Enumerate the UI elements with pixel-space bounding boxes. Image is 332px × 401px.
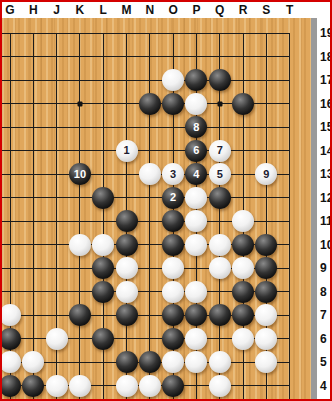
move-number-8: 8 [193, 122, 199, 133]
row-label-11: 11 [320, 215, 332, 227]
white-stone-N13[interactable] [139, 163, 161, 185]
grid-line-col-H [33, 33, 34, 400]
star-point-Q16 [217, 101, 222, 106]
row-label-17: 17 [320, 74, 332, 86]
move-number-3: 3 [170, 169, 176, 180]
white-stone-P8[interactable] [185, 281, 207, 303]
go-board[interactable]: 81671034592 [2, 18, 311, 399]
white-stone-S5[interactable] [255, 351, 277, 373]
move-number-2: 2 [170, 192, 176, 203]
black-stone-L9[interactable] [92, 257, 114, 279]
black-stone-S10[interactable] [255, 234, 277, 256]
black-stone-O6[interactable] [162, 328, 184, 350]
column-label-G: G [5, 3, 14, 17]
row-label-10: 10 [320, 239, 332, 251]
black-stone-R7[interactable] [232, 304, 254, 326]
white-stone-S6[interactable] [255, 328, 277, 350]
white-stone-M14[interactable]: 1 [116, 140, 138, 162]
black-stone-O10[interactable] [162, 234, 184, 256]
black-stone-O4[interactable] [162, 375, 184, 397]
black-stone-P7[interactable] [185, 304, 207, 326]
row-label-15: 15 [320, 121, 332, 133]
white-stone-N4[interactable] [139, 375, 161, 397]
black-stone-M5[interactable] [116, 351, 138, 373]
white-stone-O8[interactable] [162, 281, 184, 303]
white-stone-P11[interactable] [185, 210, 207, 232]
column-label-K: K [76, 3, 85, 17]
column-label-O: O [168, 3, 177, 17]
column-labels-strip: GHJKLMNOPQRST [2, 2, 330, 18]
column-label-N: N [145, 3, 154, 17]
column-label-M: M [122, 3, 132, 17]
column-label-P: P [192, 3, 200, 17]
white-stone-S13[interactable]: 9 [255, 163, 277, 185]
black-stone-L6[interactable] [92, 328, 114, 350]
black-stone-G4[interactable] [0, 375, 21, 397]
white-stone-Q10[interactable] [209, 234, 231, 256]
move-number-5: 5 [217, 169, 223, 180]
row-label-18: 18 [320, 51, 332, 63]
white-stone-P12[interactable] [185, 187, 207, 209]
black-stone-Q7[interactable] [209, 304, 231, 326]
column-label-R: R [239, 3, 248, 17]
row-label-4: 4 [320, 380, 327, 392]
white-stone-O5[interactable] [162, 351, 184, 373]
column-label-S: S [262, 3, 270, 17]
white-stone-R9[interactable] [232, 257, 254, 279]
white-stone-Q5[interactable] [209, 351, 231, 373]
white-stone-M4[interactable] [116, 375, 138, 397]
black-stone-H4[interactable] [22, 375, 44, 397]
row-label-5: 5 [320, 356, 327, 368]
white-stone-P6[interactable] [185, 328, 207, 350]
grid-line-col-K [79, 33, 80, 400]
column-label-Q: Q [215, 3, 224, 17]
move-number-7: 7 [217, 145, 223, 156]
black-stone-S8[interactable] [255, 281, 277, 303]
column-label-T: T [286, 3, 293, 17]
grid-line-row-17 [2, 80, 290, 81]
grid-line-row-12 [2, 197, 290, 198]
row-label-12: 12 [320, 192, 332, 204]
go-diagram-frame: GHJKLMNOPQRST 81671034592 19181716151413… [0, 0, 332, 401]
white-stone-M9[interactable] [116, 257, 138, 279]
white-stone-Q9[interactable] [209, 257, 231, 279]
white-stone-G7[interactable] [0, 304, 21, 326]
black-stone-M11[interactable] [116, 210, 138, 232]
white-stone-O17[interactable] [162, 69, 184, 91]
row-label-13: 13 [320, 168, 332, 180]
black-stone-R8[interactable] [232, 281, 254, 303]
grid-line-row-18 [2, 56, 290, 57]
grid-line-row-14 [2, 150, 290, 151]
black-stone-P17[interactable] [185, 69, 207, 91]
row-labels-strip: 19181716151413121110987654 [317, 18, 330, 399]
row-label-19: 19 [320, 27, 332, 39]
move-number-6: 6 [193, 145, 199, 156]
row-label-14: 14 [320, 145, 332, 157]
white-stone-H5[interactable] [22, 351, 44, 373]
row-label-16: 16 [320, 98, 332, 110]
white-stone-R11[interactable] [232, 210, 254, 232]
star-point-K16 [77, 101, 82, 106]
white-stone-O9[interactable] [162, 257, 184, 279]
row-label-6: 6 [320, 333, 327, 345]
black-stone-Q17[interactable] [209, 69, 231, 91]
black-stone-N5[interactable] [139, 351, 161, 373]
white-stone-M8[interactable] [116, 281, 138, 303]
move-number-1: 1 [123, 145, 129, 156]
black-stone-O12[interactable]: 2 [162, 187, 184, 209]
white-stone-Q4[interactable] [209, 375, 231, 397]
grid-line-row-19 [2, 33, 290, 34]
black-stone-L8[interactable] [92, 281, 114, 303]
white-stone-G5[interactable] [0, 351, 21, 373]
black-stone-M7[interactable] [116, 304, 138, 326]
white-stone-J4[interactable] [46, 375, 68, 397]
white-stone-Q14[interactable]: 7 [209, 140, 231, 162]
black-stone-Q12[interactable] [209, 187, 231, 209]
white-stone-K4[interactable] [69, 375, 91, 397]
black-stone-S9[interactable] [255, 257, 277, 279]
black-stone-M10[interactable] [116, 234, 138, 256]
white-stone-Q13[interactable]: 5 [209, 163, 231, 185]
grid-line-col-N [149, 33, 150, 400]
black-stone-P15[interactable]: 8 [185, 116, 207, 138]
row-label-9: 9 [320, 262, 327, 274]
column-label-H: H [29, 3, 38, 17]
column-label-L: L [100, 3, 107, 17]
black-stone-R10[interactable] [232, 234, 254, 256]
white-stone-K10[interactable] [69, 234, 91, 256]
move-number-4: 4 [193, 169, 199, 180]
black-stone-N16[interactable] [139, 93, 161, 115]
black-stone-O16[interactable] [162, 93, 184, 115]
move-number-10: 10 [74, 169, 86, 180]
white-stone-R6[interactable] [232, 328, 254, 350]
black-stone-K7[interactable] [69, 304, 91, 326]
white-stone-P16[interactable] [185, 93, 207, 115]
column-label-J: J [53, 3, 60, 17]
white-stone-J6[interactable] [46, 328, 68, 350]
black-stone-P14[interactable]: 6 [185, 140, 207, 162]
black-stone-R16[interactable] [232, 93, 254, 115]
grid-line-row-15 [2, 127, 290, 128]
black-stone-G6[interactable] [0, 328, 21, 350]
white-stone-P5[interactable] [185, 351, 207, 373]
white-stone-O13[interactable]: 3 [162, 163, 184, 185]
black-stone-O11[interactable] [162, 210, 184, 232]
move-number-9: 9 [263, 169, 269, 180]
black-stone-L12[interactable] [92, 187, 114, 209]
row-label-7: 7 [320, 309, 327, 321]
black-stone-P13[interactable]: 4 [185, 163, 207, 185]
white-stone-S7[interactable] [255, 304, 277, 326]
white-stone-P10[interactable] [185, 234, 207, 256]
row-label-8: 8 [320, 286, 327, 298]
black-stone-O7[interactable] [162, 304, 184, 326]
grid-line-col-T [289, 33, 290, 400]
white-stone-L10[interactable] [92, 234, 114, 256]
black-stone-K13[interactable]: 10 [69, 163, 91, 185]
